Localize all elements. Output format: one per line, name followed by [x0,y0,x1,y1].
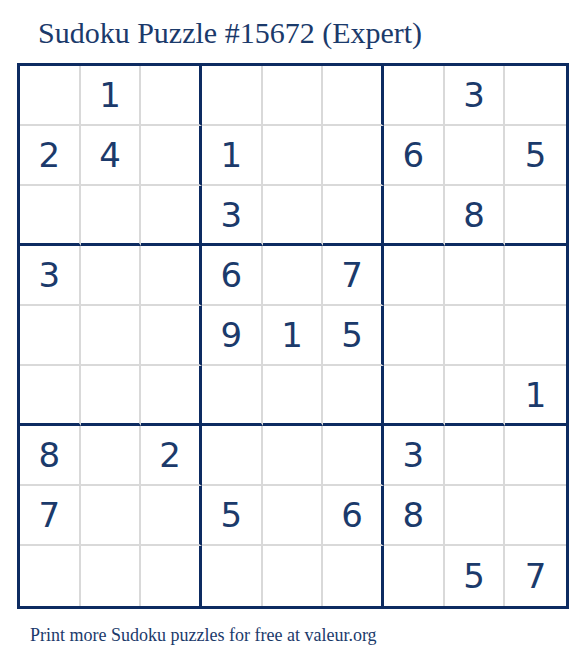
cell-r4c8[interactable] [445,246,506,306]
cell-r2c2[interactable]: 4 [81,126,142,186]
cell-r3c2[interactable] [81,186,142,246]
cell-r7c9[interactable] [505,426,566,486]
cell-r8c2[interactable] [81,486,142,546]
cell-r3c1[interactable] [20,186,81,246]
cell-r9c9[interactable]: 7 [505,546,566,606]
cell-r2c6[interactable] [323,126,384,186]
cell-r3c9[interactable] [505,186,566,246]
cell-r1c3[interactable] [141,66,202,126]
cell-r9c5[interactable] [263,546,324,606]
cell-r3c4[interactable]: 3 [202,186,263,246]
cell-r4c6[interactable]: 7 [323,246,384,306]
cell-r8c4[interactable]: 5 [202,486,263,546]
cell-r7c6[interactable] [323,426,384,486]
cell-r2c4[interactable]: 1 [202,126,263,186]
cell-r1c7[interactable] [384,66,445,126]
cell-r6c8[interactable] [445,366,506,426]
cell-r3c8[interactable]: 8 [445,186,506,246]
cell-r9c3[interactable] [141,546,202,606]
cell-r5c6[interactable]: 5 [323,306,384,366]
cell-r4c1[interactable]: 3 [20,246,81,306]
cell-r6c2[interactable] [81,366,142,426]
cell-r8c8[interactable] [445,486,506,546]
cell-r6c6[interactable] [323,366,384,426]
cell-r2c7[interactable]: 6 [384,126,445,186]
cell-r3c5[interactable] [263,186,324,246]
cell-r8c5[interactable] [263,486,324,546]
cell-r7c3[interactable]: 2 [141,426,202,486]
cell-r8c3[interactable] [141,486,202,546]
cell-r5c3[interactable] [141,306,202,366]
page-title: Sudoku Puzzle #15672 (Expert) [38,16,580,49]
cell-r8c6[interactable]: 6 [323,486,384,546]
cell-r6c9[interactable]: 1 [505,366,566,426]
cell-r5c4[interactable]: 9 [202,306,263,366]
cell-r4c7[interactable] [384,246,445,306]
cell-r7c8[interactable] [445,426,506,486]
cell-r4c5[interactable] [263,246,324,306]
cell-r9c7[interactable] [384,546,445,606]
cell-r5c5[interactable]: 1 [263,306,324,366]
cell-r1c1[interactable] [20,66,81,126]
cell-r6c7[interactable] [384,366,445,426]
cell-r9c8[interactable]: 5 [445,546,506,606]
footer-text: Print more Sudoku puzzles for free at va… [30,625,580,646]
cell-r6c1[interactable] [20,366,81,426]
cell-r4c2[interactable] [81,246,142,306]
cell-r7c1[interactable]: 8 [20,426,81,486]
cell-r5c1[interactable] [20,306,81,366]
cell-r3c6[interactable] [323,186,384,246]
cell-r5c2[interactable] [81,306,142,366]
cell-r2c9[interactable]: 5 [505,126,566,186]
cell-r7c4[interactable] [202,426,263,486]
cell-r2c1[interactable]: 2 [20,126,81,186]
cell-r3c7[interactable] [384,186,445,246]
cell-r4c3[interactable] [141,246,202,306]
cell-r9c1[interactable] [20,546,81,606]
cell-r1c5[interactable] [263,66,324,126]
cell-r7c7[interactable]: 3 [384,426,445,486]
cell-r1c6[interactable] [323,66,384,126]
cell-r9c4[interactable] [202,546,263,606]
cell-r7c5[interactable] [263,426,324,486]
sudoku-board: 1324165383679151823756857 [17,63,569,609]
cell-r9c6[interactable] [323,546,384,606]
cell-r2c8[interactable] [445,126,506,186]
cell-r4c9[interactable] [505,246,566,306]
cell-r2c3[interactable] [141,126,202,186]
cell-r1c8[interactable]: 3 [445,66,506,126]
cell-r5c7[interactable] [384,306,445,366]
cell-r9c2[interactable] [81,546,142,606]
cell-r6c5[interactable] [263,366,324,426]
cell-r8c1[interactable]: 7 [20,486,81,546]
cell-r3c3[interactable] [141,186,202,246]
cell-r5c9[interactable] [505,306,566,366]
cell-r8c7[interactable]: 8 [384,486,445,546]
cell-r6c3[interactable] [141,366,202,426]
cell-r5c8[interactable] [445,306,506,366]
cell-r1c4[interactable] [202,66,263,126]
cell-r1c2[interactable]: 1 [81,66,142,126]
cell-r1c9[interactable] [505,66,566,126]
cell-r7c2[interactable] [81,426,142,486]
cell-r4c4[interactable]: 6 [202,246,263,306]
cell-r8c9[interactable] [505,486,566,546]
cell-r2c5[interactable] [263,126,324,186]
cell-r6c4[interactable] [202,366,263,426]
